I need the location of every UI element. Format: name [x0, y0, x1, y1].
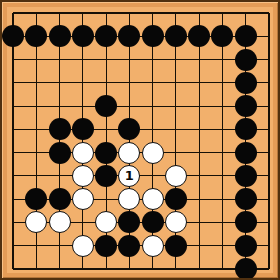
black-stone — [118, 118, 140, 140]
board-intersection[interactable] — [94, 94, 117, 117]
board-intersection[interactable] — [211, 164, 234, 187]
board-intersection[interactable] — [234, 118, 257, 141]
board-intersection[interactable] — [118, 141, 141, 164]
grid-line-horizontal — [13, 268, 25, 269]
grid-line-horizontal — [257, 268, 269, 269]
grid-line-vertical — [12, 48, 13, 71]
grid-line-vertical — [106, 13, 107, 25]
board-intersection[interactable] — [257, 94, 280, 117]
grid-line-horizontal — [13, 82, 25, 83]
grid-line-vertical — [199, 13, 200, 25]
grid-line-vertical — [59, 48, 60, 71]
board-intersection[interactable] — [211, 48, 234, 71]
grid-line-vertical — [175, 48, 176, 71]
black-stone — [95, 95, 117, 117]
grid-line-vertical — [199, 234, 200, 257]
board-intersection[interactable] — [25, 1, 48, 24]
grid-line-horizontal — [257, 36, 269, 37]
black-stone — [235, 95, 257, 117]
grid-line-vertical — [59, 71, 60, 94]
grid-line-vertical — [222, 48, 223, 71]
board-intersection[interactable] — [188, 118, 211, 141]
grid-line-vertical — [12, 118, 13, 141]
board-intersection[interactable] — [257, 257, 280, 280]
grid-line-vertical — [12, 141, 13, 164]
grid-line-vertical — [129, 71, 130, 94]
grid-line-vertical — [268, 13, 269, 25]
grid-line-horizontal — [257, 245, 269, 246]
board-intersection[interactable] — [188, 257, 211, 280]
black-stone — [49, 188, 71, 210]
grid-line-vertical — [36, 71, 37, 94]
board-intersection[interactable] — [71, 141, 94, 164]
grid-line-horizontal — [13, 245, 25, 246]
board-intersection[interactable] — [257, 188, 280, 211]
black-stone — [95, 165, 117, 187]
board-intersection[interactable] — [211, 25, 234, 48]
board-intersection[interactable] — [25, 164, 48, 187]
grid-line-vertical — [199, 71, 200, 94]
board-intersection[interactable] — [48, 48, 71, 71]
grid-line-vertical — [268, 48, 269, 71]
black-stone — [49, 118, 71, 140]
grid-line-vertical — [152, 94, 153, 117]
board-intersection[interactable] — [234, 234, 257, 257]
white-stone — [72, 165, 94, 187]
board-intersection[interactable] — [71, 94, 94, 117]
board-intersection[interactable] — [71, 25, 94, 48]
board-intersection[interactable] — [211, 1, 234, 24]
board-intersection[interactable] — [25, 118, 48, 141]
black-stone — [2, 25, 24, 47]
grid-line-vertical — [36, 13, 37, 25]
board-intersection[interactable] — [25, 48, 48, 71]
board-intersection[interactable] — [48, 234, 71, 257]
white-stone — [72, 188, 94, 210]
board-intersection[interactable] — [118, 1, 141, 24]
board-intersection[interactable] — [141, 94, 164, 117]
board-intersection[interactable] — [234, 141, 257, 164]
board-intersection[interactable] — [94, 211, 117, 234]
grid-line-vertical — [129, 13, 130, 25]
board-intersection[interactable] — [257, 234, 280, 257]
grid-line-horizontal — [257, 175, 269, 176]
grid-line-vertical — [222, 257, 223, 269]
grid-line-vertical — [106, 48, 107, 71]
board-intersection[interactable] — [1, 25, 24, 48]
board-intersection[interactable] — [164, 1, 187, 24]
board-intersection[interactable] — [234, 94, 257, 117]
grid-line-vertical — [175, 257, 176, 269]
grid-line-horizontal — [257, 106, 269, 107]
board-intersection[interactable] — [211, 234, 234, 257]
board-intersection[interactable] — [48, 94, 71, 117]
board-intersection[interactable] — [188, 164, 211, 187]
board-intersection[interactable] — [1, 188, 24, 211]
grid-line-vertical — [129, 48, 130, 71]
board-intersection[interactable] — [1, 71, 24, 94]
board-intersection[interactable] — [164, 141, 187, 164]
grid-line-vertical — [222, 211, 223, 234]
board-intersection[interactable] — [188, 234, 211, 257]
board-intersection[interactable] — [211, 94, 234, 117]
grid-line-vertical — [175, 71, 176, 94]
go-board-diagram: 1 — [0, 0, 280, 280]
black-stone — [235, 165, 257, 187]
black-stone — [235, 142, 257, 164]
black-stone — [118, 25, 140, 47]
board-intersection[interactable] — [48, 188, 71, 211]
grid-line-vertical — [268, 188, 269, 211]
white-stone — [95, 211, 117, 233]
board-intersection[interactable] — [71, 211, 94, 234]
board-intersection[interactable] — [141, 141, 164, 164]
grid-line-vertical — [199, 257, 200, 269]
board-intersection[interactable] — [164, 118, 187, 141]
grid-line-vertical — [129, 94, 130, 117]
board-intersection[interactable] — [94, 1, 117, 24]
grid-line-vertical — [106, 257, 107, 269]
black-stone — [118, 211, 140, 233]
grid-line-vertical — [82, 13, 83, 25]
black-stone — [142, 25, 164, 47]
grid-line-horizontal — [13, 129, 25, 130]
grid-line-vertical — [152, 118, 153, 141]
board-intersection[interactable] — [257, 141, 280, 164]
board-intersection[interactable] — [211, 257, 234, 280]
grid-line-horizontal — [257, 12, 269, 13]
grid-line-vertical — [12, 71, 13, 94]
white-stone — [72, 142, 94, 164]
board-intersection[interactable] — [71, 188, 94, 211]
board-intersection[interactable] — [1, 141, 24, 164]
grid-line-vertical — [199, 141, 200, 164]
board-intersection[interactable] — [25, 188, 48, 211]
black-stone — [235, 25, 257, 47]
board-intersection[interactable] — [141, 211, 164, 234]
board-intersection[interactable] — [1, 257, 24, 280]
board-intersection[interactable] — [48, 164, 71, 187]
board-intersection[interactable] — [257, 48, 280, 71]
board-intersection[interactable] — [164, 48, 187, 71]
grid-line-vertical — [36, 164, 37, 187]
board-intersection[interactable] — [48, 25, 71, 48]
board-intersection[interactable] — [188, 188, 211, 211]
board-intersection[interactable] — [94, 234, 117, 257]
grid-line-horizontal — [257, 82, 269, 83]
board-intersection[interactable] — [1, 234, 24, 257]
grid-line-vertical — [36, 141, 37, 164]
board-intersection[interactable] — [164, 257, 187, 280]
board-intersection[interactable] — [25, 211, 48, 234]
board-intersection[interactable] — [234, 1, 257, 24]
grid-line-vertical — [82, 48, 83, 71]
grid-line-vertical — [222, 141, 223, 164]
board-intersection[interactable] — [118, 188, 141, 211]
grid-line-vertical — [12, 164, 13, 187]
grid-line-horizontal — [13, 175, 25, 176]
board-intersection[interactable] — [257, 118, 280, 141]
white-stone — [49, 211, 71, 233]
grid-line-vertical — [222, 13, 223, 25]
board-intersection[interactable] — [188, 48, 211, 71]
board-intersection[interactable] — [25, 234, 48, 257]
black-stone — [142, 211, 164, 233]
grid-line-vertical — [59, 234, 60, 257]
grid-line-vertical — [175, 118, 176, 141]
grid-line-vertical — [199, 48, 200, 71]
board-intersection[interactable] — [94, 257, 117, 280]
black-stone — [72, 25, 94, 47]
board-intersection[interactable] — [48, 257, 71, 280]
board-intersection[interactable] — [71, 257, 94, 280]
board-intersection[interactable] — [1, 118, 24, 141]
board-intersection[interactable] — [1, 48, 24, 71]
black-stone — [25, 188, 47, 210]
grid-line-vertical — [199, 211, 200, 234]
board-intersection[interactable] — [164, 71, 187, 94]
grid-line-vertical — [268, 234, 269, 257]
white-stone — [72, 235, 94, 257]
board-intersection[interactable] — [257, 164, 280, 187]
board-intersection[interactable] — [71, 48, 94, 71]
board-intersection[interactable] — [118, 211, 141, 234]
grid-line-horizontal — [13, 12, 25, 13]
board-intersection[interactable] — [141, 1, 164, 24]
board-intersection[interactable] — [71, 234, 94, 257]
board-intersection[interactable] — [188, 94, 211, 117]
go-board: 1 — [1, 1, 280, 280]
white-stone — [165, 211, 187, 233]
black-stone — [235, 235, 257, 257]
grid-line-horizontal — [13, 59, 25, 60]
board-intersection[interactable] — [257, 211, 280, 234]
grid-line-vertical — [36, 257, 37, 269]
board-intersection[interactable] — [118, 257, 141, 280]
black-stone — [95, 235, 117, 257]
grid-line-vertical — [36, 118, 37, 141]
black-stone — [165, 25, 187, 47]
board-intersection[interactable] — [211, 118, 234, 141]
grid-line-vertical — [36, 234, 37, 257]
grid-line-vertical — [12, 94, 13, 117]
grid-line-vertical — [268, 94, 269, 117]
board-intersection[interactable] — [234, 164, 257, 187]
black-stone — [188, 25, 210, 47]
board-intersection[interactable] — [211, 141, 234, 164]
black-stone — [235, 258, 257, 280]
grid-line-vertical — [268, 25, 269, 48]
white-stone — [142, 142, 164, 164]
board-intersection[interactable] — [118, 118, 141, 141]
board-intersection[interactable] — [25, 25, 48, 48]
board-intersection[interactable] — [25, 71, 48, 94]
board-intersection[interactable] — [94, 25, 117, 48]
grid-line-vertical — [175, 13, 176, 25]
black-stone — [95, 25, 117, 47]
grid-line-vertical — [199, 94, 200, 117]
grid-line-vertical — [12, 188, 13, 211]
board-intersection[interactable] — [257, 71, 280, 94]
board-intersection[interactable] — [257, 25, 280, 48]
board-intersection[interactable] — [211, 211, 234, 234]
board-intersection[interactable] — [234, 188, 257, 211]
board-intersection[interactable] — [141, 48, 164, 71]
board-intersection[interactable] — [94, 118, 117, 141]
grid-line-vertical — [59, 257, 60, 269]
grid-line-vertical — [82, 71, 83, 94]
board-intersection[interactable] — [71, 118, 94, 141]
board-intersection[interactable] — [234, 48, 257, 71]
board-intersection[interactable] — [211, 188, 234, 211]
board-intersection[interactable] — [1, 94, 24, 117]
board-intersection[interactable] — [188, 71, 211, 94]
board-intersection[interactable] — [234, 25, 257, 48]
white-stone — [25, 211, 47, 233]
board-intersection[interactable] — [141, 25, 164, 48]
grid-line-horizontal — [257, 152, 269, 153]
board-intersection[interactable]: 1 — [118, 164, 141, 187]
grid-line-vertical — [59, 94, 60, 117]
board-intersection[interactable] — [164, 164, 187, 187]
grid-line-vertical — [222, 164, 223, 187]
grid-line-horizontal — [257, 199, 269, 200]
grid-line-vertical — [222, 94, 223, 117]
grid-line-vertical — [106, 71, 107, 94]
numbered-white-stone: 1 — [118, 165, 140, 187]
black-stone — [165, 235, 187, 257]
black-stone — [235, 49, 257, 71]
grid-line-vertical — [199, 188, 200, 211]
grid-line-vertical — [36, 94, 37, 117]
grid-line-vertical — [36, 48, 37, 71]
black-stone — [72, 118, 94, 140]
black-stone — [95, 142, 117, 164]
grid-line-horizontal — [13, 106, 25, 107]
grid-line-vertical — [152, 71, 153, 94]
board-intersection[interactable] — [234, 257, 257, 280]
board-intersection[interactable] — [94, 71, 117, 94]
board-intersection[interactable] — [94, 164, 117, 187]
board-intersection[interactable] — [48, 71, 71, 94]
grid-line-vertical — [106, 118, 107, 141]
board-intersection[interactable] — [94, 188, 117, 211]
board-intersection[interactable] — [141, 118, 164, 141]
board-intersection[interactable] — [141, 164, 164, 187]
board-intersection[interactable] — [141, 257, 164, 280]
white-stone — [142, 188, 164, 210]
board-intersection[interactable] — [94, 141, 117, 164]
grid-line-vertical — [106, 188, 107, 211]
grid-line-vertical — [222, 118, 223, 141]
black-stone — [49, 25, 71, 47]
board-intersection[interactable] — [48, 1, 71, 24]
white-stone — [142, 235, 164, 257]
board-intersection[interactable] — [164, 234, 187, 257]
board-intersection[interactable] — [188, 211, 211, 234]
board-intersection[interactable] — [25, 257, 48, 280]
board-intersection[interactable] — [118, 94, 141, 117]
board-intersection[interactable] — [1, 164, 24, 187]
grid-line-vertical — [199, 118, 200, 141]
grid-line-vertical — [152, 257, 153, 269]
board-intersection[interactable] — [164, 188, 187, 211]
grid-line-vertical — [222, 71, 223, 94]
board-intersection[interactable] — [141, 188, 164, 211]
board-intersection[interactable] — [71, 71, 94, 94]
white-stone — [165, 165, 187, 187]
grid-line-vertical — [12, 257, 13, 269]
grid-line-vertical — [268, 141, 269, 164]
board-intersection[interactable] — [71, 164, 94, 187]
grid-line-vertical — [245, 13, 246, 25]
grid-line-vertical — [82, 94, 83, 117]
board-intersection[interactable] — [48, 118, 71, 141]
board-intersection[interactable] — [118, 48, 141, 71]
board-intersection[interactable] — [164, 94, 187, 117]
board-intersection[interactable] — [1, 211, 24, 234]
black-stone — [211, 25, 233, 47]
grid-line-horizontal — [13, 222, 25, 223]
board-intersection[interactable] — [94, 48, 117, 71]
black-stone — [235, 211, 257, 233]
grid-line-vertical — [268, 257, 269, 269]
grid-line-vertical — [222, 188, 223, 211]
move-number-label: 1 — [125, 169, 134, 182]
grid-line-horizontal — [13, 152, 25, 153]
board-intersection[interactable] — [188, 1, 211, 24]
board-intersection[interactable] — [118, 71, 141, 94]
board-intersection[interactable] — [118, 25, 141, 48]
board-intersection[interactable] — [188, 141, 211, 164]
board-intersection[interactable] — [48, 141, 71, 164]
grid-line-vertical — [268, 118, 269, 141]
grid-line-vertical — [175, 94, 176, 117]
board-intersection[interactable] — [257, 1, 280, 24]
board-intersection[interactable] — [141, 71, 164, 94]
grid-line-vertical — [268, 71, 269, 94]
black-stone — [49, 142, 71, 164]
grid-line-vertical — [268, 211, 269, 234]
board-intersection[interactable] — [211, 71, 234, 94]
black-stone — [25, 25, 47, 47]
board-intersection[interactable] — [141, 234, 164, 257]
grid-line-vertical — [12, 234, 13, 257]
grid-line-horizontal — [257, 129, 269, 130]
grid-line-vertical — [152, 13, 153, 25]
grid-line-vertical — [152, 48, 153, 71]
board-intersection[interactable] — [25, 141, 48, 164]
black-stone — [235, 118, 257, 140]
board-intersection[interactable] — [118, 234, 141, 257]
white-stone — [118, 142, 140, 164]
board-intersection[interactable] — [48, 211, 71, 234]
grid-line-vertical — [222, 234, 223, 257]
board-intersection[interactable] — [25, 94, 48, 117]
board-intersection[interactable] — [164, 211, 187, 234]
grid-line-horizontal — [257, 59, 269, 60]
board-intersection[interactable] — [71, 1, 94, 24]
board-intersection[interactable] — [234, 211, 257, 234]
grid-line-horizontal — [257, 222, 269, 223]
board-intersection[interactable] — [1, 1, 24, 24]
grid-line-vertical — [12, 211, 13, 234]
board-intersection[interactable] — [234, 71, 257, 94]
board-intersection[interactable] — [188, 25, 211, 48]
grid-line-vertical — [152, 164, 153, 187]
black-stone — [165, 188, 187, 210]
board-intersection[interactable] — [164, 25, 187, 48]
